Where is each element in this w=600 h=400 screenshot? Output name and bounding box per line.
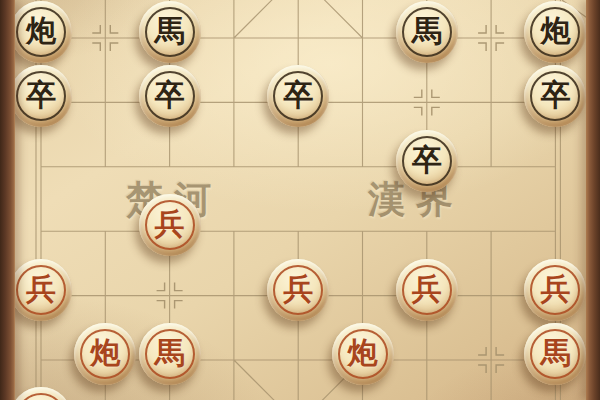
piece-black-soldier[interactable]: 卒: [10, 65, 72, 127]
piece-red-cannon[interactable]: 炮: [332, 323, 394, 385]
piece-character: 兵: [155, 209, 185, 239]
piece-red-soldier[interactable]: 兵: [139, 194, 201, 256]
piece-character: 卒: [155, 80, 185, 110]
piece-character: 兵: [26, 274, 56, 304]
xiangqi-board[interactable]: 楚河 漢界 炮馬馬炮卒卒卒卒卒兵兵兵兵兵炮馬炮馬車: [0, 0, 600, 400]
piece-character: 馬: [155, 338, 185, 368]
piece-character: 兵: [540, 274, 570, 304]
piece-character: 卒: [540, 80, 570, 110]
piece-red-chariot[interactable]: 車: [10, 387, 72, 400]
piece-character: 馬: [412, 16, 442, 46]
piece-black-soldier[interactable]: 卒: [524, 65, 586, 127]
board-right-rail: [586, 0, 600, 400]
piece-black-cannon[interactable]: 炮: [524, 1, 586, 63]
piece-black-cannon[interactable]: 炮: [10, 1, 72, 63]
piece-character: 卒: [283, 80, 313, 110]
pieces-layer: 炮馬馬炮卒卒卒卒卒兵兵兵兵兵炮馬炮馬車: [0, 0, 600, 400]
piece-character: 兵: [412, 274, 442, 304]
piece-black-horse[interactable]: 馬: [396, 1, 458, 63]
piece-character: 馬: [155, 16, 185, 46]
piece-character: 兵: [283, 274, 313, 304]
piece-character: 炮: [348, 338, 378, 368]
piece-character: 炮: [26, 16, 56, 46]
piece-red-cannon[interactable]: 炮: [74, 323, 136, 385]
piece-character: 卒: [412, 145, 442, 175]
piece-character: 馬: [540, 338, 570, 368]
piece-character: 炮: [540, 16, 570, 46]
piece-character: 炮: [90, 338, 120, 368]
piece-red-soldier[interactable]: 兵: [267, 259, 329, 321]
piece-red-horse[interactable]: 馬: [139, 323, 201, 385]
piece-black-soldier[interactable]: 卒: [267, 65, 329, 127]
piece-red-soldier[interactable]: 兵: [524, 259, 586, 321]
piece-red-soldier[interactable]: 兵: [396, 259, 458, 321]
piece-black-horse[interactable]: 馬: [139, 1, 201, 63]
board-left-rail: [0, 0, 15, 400]
piece-red-horse[interactable]: 馬: [524, 323, 586, 385]
piece-red-soldier[interactable]: 兵: [10, 259, 72, 321]
piece-black-soldier[interactable]: 卒: [396, 130, 458, 192]
piece-black-soldier[interactable]: 卒: [139, 65, 201, 127]
piece-character: 卒: [26, 80, 56, 110]
